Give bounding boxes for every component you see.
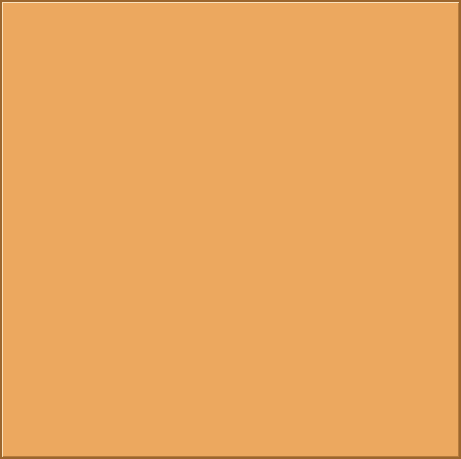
go-board-frame bbox=[0, 0, 461, 459]
column-coordinates bbox=[23, 3, 461, 23]
go-board bbox=[23, 24, 461, 452]
